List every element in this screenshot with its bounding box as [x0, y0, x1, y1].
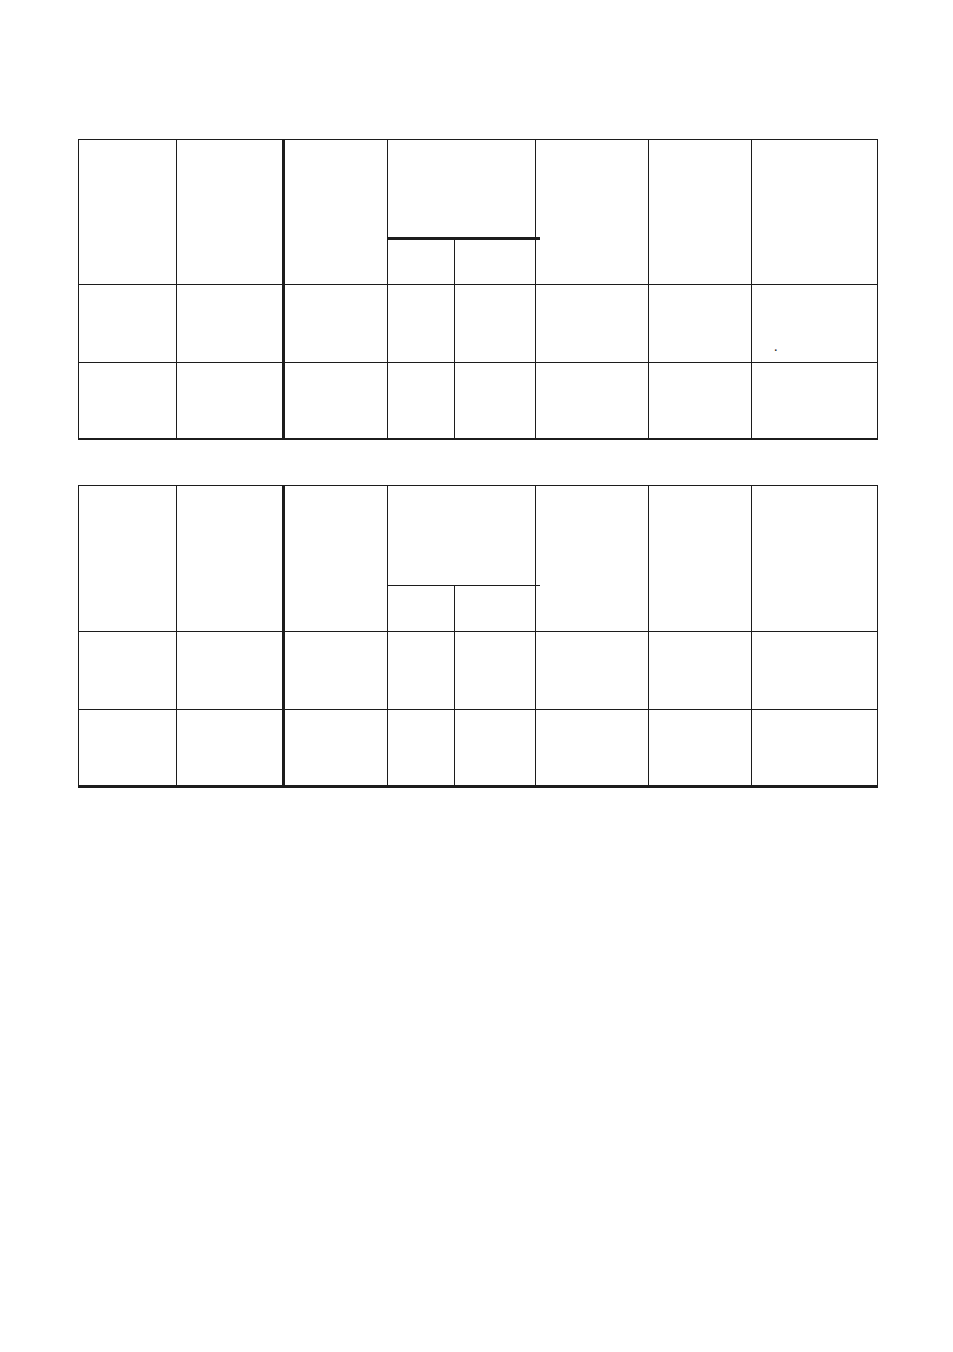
table-cell — [649, 632, 752, 710]
table-cell — [388, 285, 455, 363]
table-cell — [649, 486, 752, 632]
split-line-overhang — [536, 237, 540, 240]
table-cell — [536, 285, 649, 363]
table-cell — [455, 285, 536, 363]
table-cell — [649, 140, 752, 285]
table-cell — [79, 632, 177, 710]
sub-cell — [455, 586, 536, 632]
table-cell — [285, 486, 388, 632]
table-cell — [388, 632, 455, 710]
table-cell — [536, 486, 649, 632]
table-cell — [285, 710, 388, 785]
table-cell — [285, 363, 388, 438]
table-cell — [177, 632, 285, 710]
table-2 — [78, 485, 878, 788]
table-cell — [79, 140, 177, 285]
table-cell — [536, 710, 649, 785]
table-cell — [455, 710, 536, 785]
table-cell — [752, 632, 877, 710]
table-cell — [455, 632, 536, 710]
table-cell — [388, 363, 455, 438]
split-header-cell — [388, 140, 536, 240]
table-cell — [79, 710, 177, 785]
table-cell — [752, 710, 877, 785]
table-cell — [649, 710, 752, 785]
table-cell-with-stray-dot: . — [752, 285, 877, 363]
table-cell — [79, 363, 177, 438]
table-cell — [285, 285, 388, 363]
table-cell — [649, 285, 752, 363]
sub-cell — [388, 240, 455, 285]
table-cell — [536, 140, 649, 285]
table-1: . — [78, 139, 878, 440]
split-header-cell — [388, 486, 536, 586]
sub-cell — [455, 240, 536, 285]
table-cell — [752, 140, 877, 285]
table-cell — [79, 486, 177, 632]
table-cell — [177, 710, 285, 785]
table-cell — [455, 363, 536, 438]
table-cell — [752, 486, 877, 632]
split-line-overhang — [536, 585, 540, 586]
table-cell — [649, 363, 752, 438]
table-cell — [177, 363, 285, 438]
table-cell — [536, 632, 649, 710]
page: . — [0, 0, 953, 1352]
table-cell — [752, 363, 877, 438]
table-cell — [177, 285, 285, 363]
table-cell — [536, 363, 649, 438]
table-cell — [388, 710, 455, 785]
table-cell — [177, 486, 285, 632]
table-cell — [285, 632, 388, 710]
table-cell — [285, 140, 388, 285]
table-cell — [177, 140, 285, 285]
sub-cell — [388, 586, 455, 632]
table-cell — [79, 285, 177, 363]
